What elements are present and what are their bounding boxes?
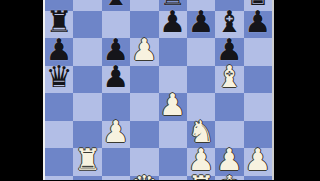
square-h6 bbox=[244, 38, 272, 66]
square-e7: ♟ bbox=[159, 11, 187, 39]
square-c5: ♟ bbox=[102, 66, 130, 94]
square-b8 bbox=[73, 0, 101, 11]
square-a3 bbox=[45, 121, 73, 149]
piece-black-pawn: ♟ bbox=[244, 7, 271, 37]
square-a4 bbox=[45, 93, 73, 121]
square-h4 bbox=[244, 93, 272, 121]
square-e2 bbox=[159, 148, 187, 176]
piece-white-rook: ♜ bbox=[74, 145, 101, 175]
square-b7 bbox=[73, 11, 101, 39]
piece-black-pawn: ♟ bbox=[103, 62, 130, 92]
square-a1 bbox=[45, 176, 73, 181]
square-f7: ♟ bbox=[187, 11, 215, 39]
piece-white-pawn: ♟ bbox=[244, 145, 271, 175]
square-d8 bbox=[130, 0, 158, 11]
square-h2: ♟ bbox=[244, 148, 272, 176]
square-f6 bbox=[187, 38, 215, 66]
square-g4 bbox=[215, 93, 243, 121]
piece-black-pawn: ♟ bbox=[188, 7, 215, 37]
piece-black-queen: ♛ bbox=[46, 62, 73, 92]
square-f1: ♜ bbox=[187, 176, 215, 181]
square-e3 bbox=[159, 121, 187, 149]
square-d1: ♛ bbox=[130, 176, 158, 181]
square-c3: ♟ bbox=[102, 121, 130, 149]
piece-white-rook: ♜ bbox=[188, 172, 215, 180]
square-b6 bbox=[73, 38, 101, 66]
square-g5: ♝ bbox=[215, 66, 243, 94]
square-f5 bbox=[187, 66, 215, 94]
square-b4 bbox=[73, 93, 101, 121]
square-d6: ♟ bbox=[130, 38, 158, 66]
chess-board: ♝♜♚♜♟♟♝♟♟♟♟♟♛♟♝♟♟♞♜♟♟♟♛♜♚ bbox=[45, 0, 272, 180]
piece-black-pawn: ♟ bbox=[159, 7, 186, 37]
square-b2: ♜ bbox=[73, 148, 101, 176]
square-d3 bbox=[130, 121, 158, 149]
square-c8: ♝ bbox=[102, 0, 130, 11]
square-e1 bbox=[159, 176, 187, 181]
square-a5: ♛ bbox=[45, 66, 73, 94]
square-b5 bbox=[73, 66, 101, 94]
square-h7: ♟ bbox=[244, 11, 272, 39]
piece-white-king: ♚ bbox=[216, 172, 243, 180]
square-c2 bbox=[102, 148, 130, 176]
square-g1: ♚ bbox=[215, 176, 243, 181]
piece-white-bishop: ♝ bbox=[216, 62, 243, 92]
board-right-edge-line bbox=[272, 0, 274, 180]
piece-white-queen: ♛ bbox=[131, 172, 158, 180]
square-e6 bbox=[159, 38, 187, 66]
square-d4 bbox=[130, 93, 158, 121]
piece-black-bishop: ♝ bbox=[103, 0, 130, 10]
square-c1 bbox=[102, 176, 130, 181]
video-frame: ♝♜♚♜♟♟♝♟♟♟♟♟♛♟♝♟♟♞♜♟♟♟♛♜♚ bbox=[0, 0, 320, 180]
square-d5 bbox=[130, 66, 158, 94]
square-e4: ♟ bbox=[159, 93, 187, 121]
square-h5 bbox=[244, 66, 272, 94]
piece-white-pawn: ♟ bbox=[103, 117, 130, 147]
piece-white-pawn: ♟ bbox=[131, 35, 158, 65]
square-a2 bbox=[45, 148, 73, 176]
piece-white-pawn: ♟ bbox=[159, 90, 186, 120]
